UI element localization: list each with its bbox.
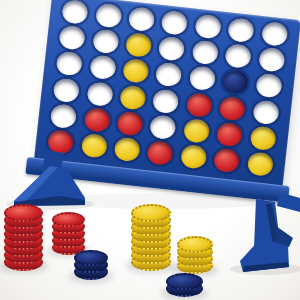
disc-stacks — [0, 0, 300, 300]
blue-small-stack — [74, 250, 108, 280]
yellow-short-stack — [177, 236, 213, 274]
red-disc — [4, 204, 43, 222]
blue-disc — [166, 273, 203, 290]
red-short-stack — [52, 212, 85, 255]
red-tall-stack — [4, 204, 43, 271]
blue-disc — [74, 250, 108, 266]
yellow-disc — [131, 204, 171, 222]
connect-four-photo — [0, 0, 300, 300]
blue-front-stack — [166, 273, 203, 297]
yellow-tall-stack — [131, 204, 171, 271]
yellow-disc — [177, 236, 213, 253]
red-disc — [52, 212, 85, 227]
